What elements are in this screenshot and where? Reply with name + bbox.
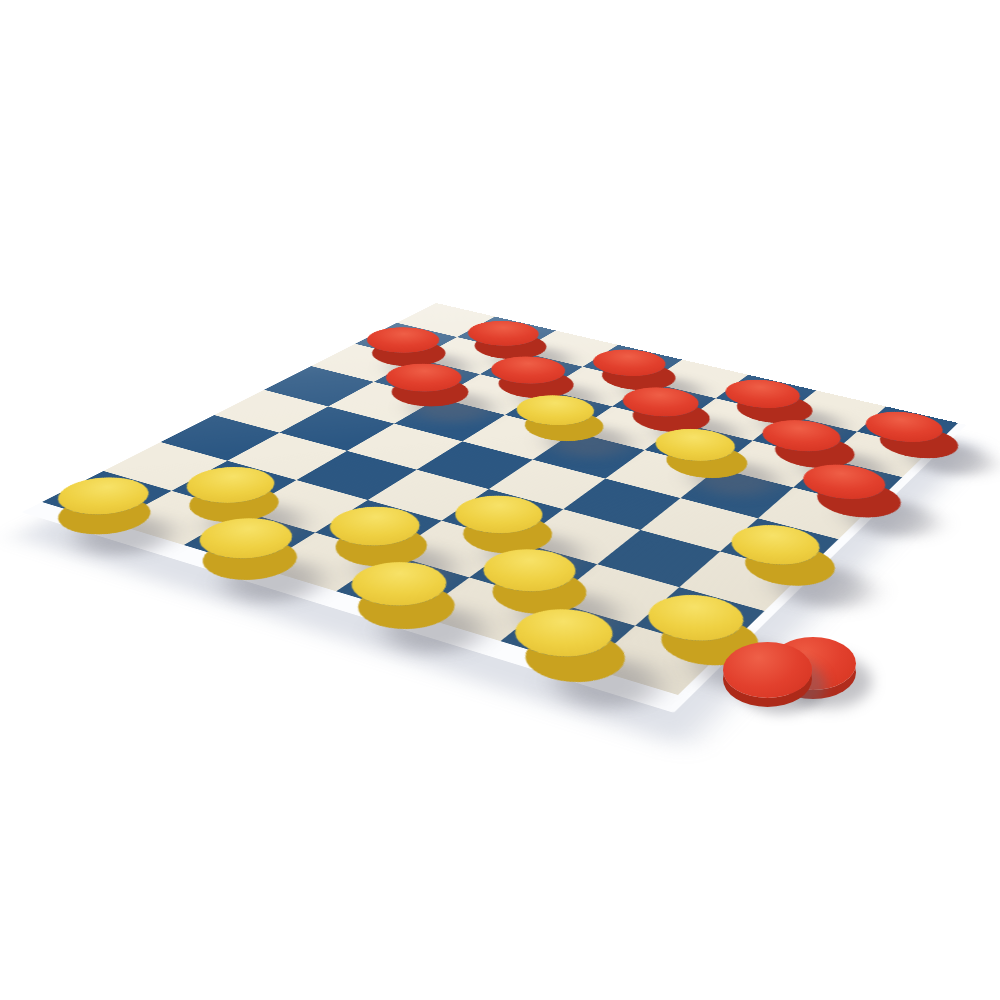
product-photo — [0, 0, 1000, 1000]
checkers-board — [42, 303, 958, 695]
off-board-red-disc-front — [723, 642, 812, 698]
